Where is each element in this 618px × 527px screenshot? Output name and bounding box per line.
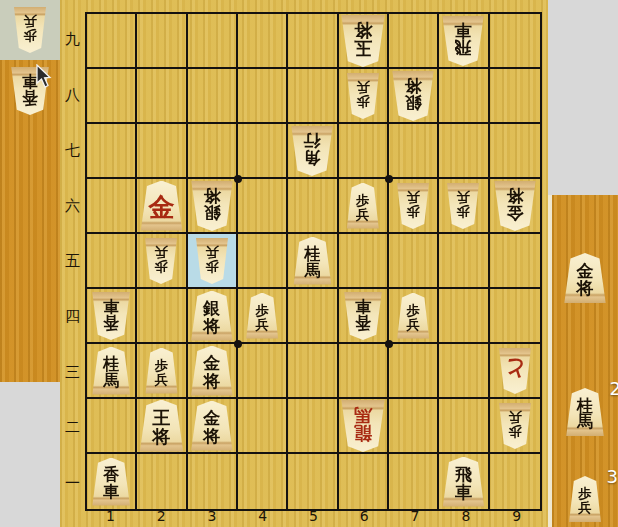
- piece-kanji: 香車: [22, 73, 38, 106]
- square-7-3[interactable]: [389, 344, 439, 399]
- piece-kanji: 王将: [152, 409, 170, 446]
- piece-kanji: 金将: [203, 410, 220, 445]
- square-4-2[interactable]: [238, 399, 288, 454]
- piece-promoted-silver[interactable]: 金: [139, 181, 183, 231]
- square-8-7[interactable]: [439, 124, 489, 179]
- piece-rook[interactable]: 飛車: [441, 16, 485, 66]
- piece-kanji: 龍馬: [354, 405, 372, 442]
- square-2-3[interactable]: 歩兵: [137, 344, 187, 399]
- square-3-1[interactable]: [188, 454, 238, 509]
- square-5-3[interactable]: [288, 344, 338, 399]
- file-label: 6: [339, 508, 390, 527]
- piece-gold[interactable]: 金将: [190, 346, 234, 396]
- piece-pawn[interactable]: 歩兵: [346, 73, 380, 119]
- piece-kanji: 歩兵: [457, 190, 471, 218]
- piece-kanji: 香車: [103, 297, 119, 330]
- square-4-8[interactable]: [238, 69, 288, 124]
- piece-kanji: 香車: [355, 297, 371, 330]
- square-8-4[interactable]: [439, 289, 489, 344]
- piece-pawn[interactable]: 歩兵: [144, 238, 178, 284]
- board-panel: 九八七六五四三二一 玉将飛車歩兵銀将角行金銀将歩兵歩兵歩兵金将歩兵歩兵桂馬香車銀…: [60, 0, 548, 527]
- file-label: 5: [288, 508, 339, 527]
- square-6-1[interactable]: [339, 454, 389, 509]
- piece-kanji: 飛車: [455, 466, 472, 501]
- piece-kanji: 銀将: [203, 300, 220, 335]
- hand-piece-count: 3: [607, 466, 618, 487]
- square-1-6[interactable]: [87, 179, 137, 234]
- gote-hand-gold-slot[interactable]: 金将: [563, 253, 607, 303]
- square-2-8[interactable]: [137, 69, 187, 124]
- square-6-3[interactable]: [339, 344, 389, 399]
- piece-knight[interactable]: 桂馬: [91, 347, 131, 395]
- square-1-1[interactable]: 香車: [87, 454, 137, 509]
- piece-pawn[interactable]: 歩兵: [144, 348, 178, 394]
- file-label: 7: [390, 508, 441, 527]
- square-9-2[interactable]: 歩兵: [490, 399, 540, 454]
- piece-kanji: 香車: [103, 467, 119, 500]
- square-5-5[interactable]: 桂馬: [288, 234, 338, 289]
- square-5-4[interactable]: [288, 289, 338, 344]
- rank-label: 三: [60, 345, 85, 400]
- square-5-8[interactable]: [288, 69, 338, 124]
- piece-kanji: 金将: [577, 263, 594, 298]
- piece-knight[interactable]: 桂馬: [292, 237, 332, 285]
- square-5-7[interactable]: 角行: [288, 124, 338, 179]
- square-4-6[interactable]: [238, 179, 288, 234]
- gote-hand-knight-slot[interactable]: 桂馬2: [565, 388, 605, 436]
- square-6-9[interactable]: 玉将: [339, 14, 389, 69]
- piece-silver[interactable]: 銀将: [190, 291, 234, 341]
- square-9-4[interactable]: [490, 289, 540, 344]
- square-2-6[interactable]: 金: [137, 179, 187, 234]
- square-5-9[interactable]: [288, 14, 338, 69]
- rank-label: 六: [60, 178, 85, 233]
- square-4-3[interactable]: [238, 344, 288, 399]
- square-7-5[interactable]: [389, 234, 439, 289]
- piece-kanji: 歩兵: [578, 487, 592, 515]
- piece-kanji: 歩兵: [155, 245, 169, 273]
- square-1-8[interactable]: [87, 69, 137, 124]
- piece-kanji: 歩兵: [406, 304, 420, 332]
- square-1-4[interactable]: 香車: [87, 289, 137, 344]
- square-1-2[interactable]: [87, 399, 137, 454]
- piece-pawn[interactable]: 歩兵: [13, 7, 47, 53]
- square-9-3[interactable]: と: [490, 344, 540, 399]
- square-8-5[interactable]: [439, 234, 489, 289]
- piece-kanji: 歩兵: [155, 359, 169, 387]
- square-4-5[interactable]: [238, 234, 288, 289]
- square-8-3[interactable]: [439, 344, 489, 399]
- square-7-8[interactable]: 銀将: [389, 69, 439, 124]
- piece-kanji: 銀将: [203, 186, 220, 221]
- piece-kanji: 歩兵: [356, 194, 370, 222]
- square-8-9[interactable]: 飛車: [439, 14, 489, 69]
- sente-hand-pawn-slot[interactable]: 歩兵: [0, 0, 60, 60]
- square-3-7[interactable]: [188, 124, 238, 179]
- square-1-3[interactable]: 桂馬: [87, 344, 137, 399]
- piece-kanji: 桂馬: [103, 356, 119, 389]
- gote-hand-tray: 金将桂馬2歩兵3: [548, 195, 618, 527]
- hand-piece-count: 2: [610, 378, 618, 399]
- square-7-4[interactable]: 歩兵: [389, 289, 439, 344]
- piece-silver[interactable]: 銀将: [190, 181, 234, 231]
- piece-kanji: 歩兵: [406, 190, 420, 218]
- file-label: 8: [440, 508, 491, 527]
- square-9-8[interactable]: [490, 69, 540, 124]
- piece-pawn[interactable]: 歩兵: [396, 293, 430, 339]
- square-4-7[interactable]: [238, 124, 288, 179]
- piece-lance[interactable]: 香車: [10, 67, 50, 115]
- piece-pawn[interactable]: 歩兵: [195, 238, 229, 284]
- gote-hand-pawn-slot[interactable]: 歩兵3: [568, 476, 602, 522]
- square-1-5[interactable]: [87, 234, 137, 289]
- square-3-5[interactable]: 歩兵: [188, 234, 238, 289]
- board-grid: 玉将飛車歩兵銀将角行金銀将歩兵歩兵歩兵金将歩兵歩兵桂馬香車銀将歩兵香車歩兵桂馬歩…: [85, 12, 542, 511]
- piece-bishop[interactable]: 角行: [290, 126, 334, 176]
- square-9-9[interactable]: [490, 14, 540, 69]
- piece-king-jeweled[interactable]: 玉将: [340, 15, 386, 67]
- piece-king[interactable]: 王将: [138, 400, 184, 452]
- square-2-5[interactable]: 歩兵: [137, 234, 187, 289]
- square-9-6[interactable]: 金将: [490, 179, 540, 234]
- square-9-5[interactable]: [490, 234, 540, 289]
- piece-tokin[interactable]: と: [498, 348, 532, 394]
- piece-pawn[interactable]: 歩兵: [396, 183, 430, 229]
- piece-kanji: 桂馬: [577, 398, 593, 431]
- piece-silver[interactable]: 銀将: [391, 71, 435, 121]
- square-7-2[interactable]: [389, 399, 439, 454]
- square-8-6[interactable]: 歩兵: [439, 179, 489, 234]
- piece-kanji: 金: [148, 194, 174, 221]
- square-4-1[interactable]: [238, 454, 288, 509]
- square-8-1[interactable]: 飛車: [439, 454, 489, 509]
- piece-lance[interactable]: 香車: [91, 458, 131, 506]
- square-4-9[interactable]: [238, 14, 288, 69]
- square-9-7[interactable]: [490, 124, 540, 179]
- square-1-7[interactable]: [87, 124, 137, 179]
- square-2-1[interactable]: [137, 454, 187, 509]
- rank-label: 二: [60, 400, 85, 455]
- piece-kanji: 銀将: [405, 76, 422, 111]
- square-2-9[interactable]: [137, 14, 187, 69]
- square-4-4[interactable]: 歩兵: [238, 289, 288, 344]
- square-6-6[interactable]: 歩兵: [339, 179, 389, 234]
- sente-hand-tray: 歩兵 香車: [0, 0, 60, 382]
- piece-kanji: 飛車: [455, 21, 472, 56]
- square-6-7[interactable]: [339, 124, 389, 179]
- rank-labels: 九八七六五四三二一: [60, 12, 85, 511]
- square-5-2[interactable]: [288, 399, 338, 454]
- piece-kanji: と: [504, 357, 527, 379]
- square-3-6[interactable]: 銀将: [188, 179, 238, 234]
- piece-kanji: 玉将: [354, 20, 372, 57]
- file-label: 3: [187, 508, 238, 527]
- square-5-1[interactable]: [288, 454, 338, 509]
- piece-pawn[interactable]: 歩兵: [498, 403, 532, 449]
- square-7-6[interactable]: 歩兵: [389, 179, 439, 234]
- rank-label: 八: [60, 67, 85, 122]
- square-6-5[interactable]: [339, 234, 389, 289]
- piece-kanji: 歩兵: [23, 14, 37, 42]
- piece-gold[interactable]: 金将: [563, 253, 607, 303]
- square-3-3[interactable]: 金将: [188, 344, 238, 399]
- shogi-app: 歩兵 香車 九八七六五四三二一 玉将飛車歩兵銀将角行金銀将歩兵歩兵歩兵金将歩兵歩…: [0, 0, 618, 527]
- square-3-8[interactable]: [188, 69, 238, 124]
- rank-label: 四: [60, 289, 85, 344]
- file-label: 2: [136, 508, 187, 527]
- piece-pawn[interactable]: 歩兵: [568, 476, 602, 522]
- file-label: 1: [85, 508, 136, 527]
- file-label: 9: [491, 508, 542, 527]
- piece-kanji: 桂馬: [304, 246, 320, 279]
- piece-lance[interactable]: 香車: [343, 292, 383, 340]
- piece-kanji: 歩兵: [508, 410, 522, 438]
- piece-gold[interactable]: 金将: [493, 181, 537, 231]
- square-7-7[interactable]: [389, 124, 439, 179]
- rank-label: 一: [60, 456, 85, 511]
- piece-kanji: 歩兵: [255, 304, 269, 332]
- piece-kanji: 金将: [203, 355, 220, 390]
- file-label: 4: [237, 508, 288, 527]
- piece-kanji: 歩兵: [356, 80, 370, 108]
- piece-promoted-bishop-horse[interactable]: 龍馬: [340, 400, 386, 452]
- square-6-2[interactable]: 龍馬: [339, 399, 389, 454]
- square-5-6[interactable]: [288, 179, 338, 234]
- rank-label: 九: [60, 12, 85, 67]
- square-2-2[interactable]: 王将: [137, 399, 187, 454]
- square-3-4[interactable]: 銀将: [188, 289, 238, 344]
- square-6-4[interactable]: 香車: [339, 289, 389, 344]
- piece-kanji: 角行: [304, 131, 321, 166]
- square-7-1[interactable]: [389, 454, 439, 509]
- piece-pawn[interactable]: 歩兵: [346, 183, 380, 229]
- piece-kanji: 歩兵: [205, 245, 219, 273]
- piece-pawn[interactable]: 歩兵: [245, 293, 279, 339]
- piece-kanji: 金将: [506, 186, 523, 221]
- square-1-9[interactable]: [87, 14, 137, 69]
- rank-label: 五: [60, 234, 85, 289]
- square-6-8[interactable]: 歩兵: [339, 69, 389, 124]
- piece-gold[interactable]: 金将: [190, 401, 234, 451]
- square-2-4[interactable]: [137, 289, 187, 344]
- square-2-7[interactable]: [137, 124, 187, 179]
- piece-pawn[interactable]: 歩兵: [446, 183, 480, 229]
- piece-knight[interactable]: 桂馬: [565, 388, 605, 436]
- square-8-2[interactable]: [439, 399, 489, 454]
- file-labels: 123456789: [85, 508, 542, 527]
- sente-hand-lance-slot[interactable]: 香車: [0, 60, 60, 122]
- piece-lance[interactable]: 香車: [91, 292, 131, 340]
- square-8-8[interactable]: [439, 69, 489, 124]
- piece-rook[interactable]: 飛車: [441, 457, 485, 507]
- square-3-2[interactable]: 金将: [188, 399, 238, 454]
- square-3-9[interactable]: [188, 14, 238, 69]
- square-7-9[interactable]: [389, 14, 439, 69]
- rank-label: 七: [60, 123, 85, 178]
- square-9-1[interactable]: [490, 454, 540, 509]
